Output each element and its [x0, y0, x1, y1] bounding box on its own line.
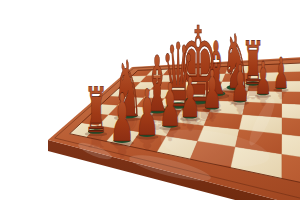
piece-reflection: ♟: [109, 138, 134, 162]
piece-reflection: ♟: [179, 115, 200, 135]
piece-reflection: ♜: [84, 130, 108, 151]
piece-reflection: ♟: [202, 106, 222, 125]
piece-reflection: ♟: [159, 124, 182, 145]
piece-reflection: ♟: [254, 93, 271, 109]
piece-reflection: ♟: [135, 132, 159, 155]
piece-reflection: ♟: [273, 87, 289, 102]
chessboard-scene: ♜♜♞♞♟♟♝♝♟♟♚♚♟♟♛♛♟♟♝♝♞♞♟♟♟♟♜♜♟♟♟♟: [0, 0, 300, 200]
chess-set-photo: ♜♜♞♞♟♟♝♝♟♟♚♚♟♟♛♛♟♟♝♝♞♞♟♟♟♟♜♜♟♟♟♟: [0, 0, 300, 200]
piece-reflection: ♟: [230, 100, 249, 117]
